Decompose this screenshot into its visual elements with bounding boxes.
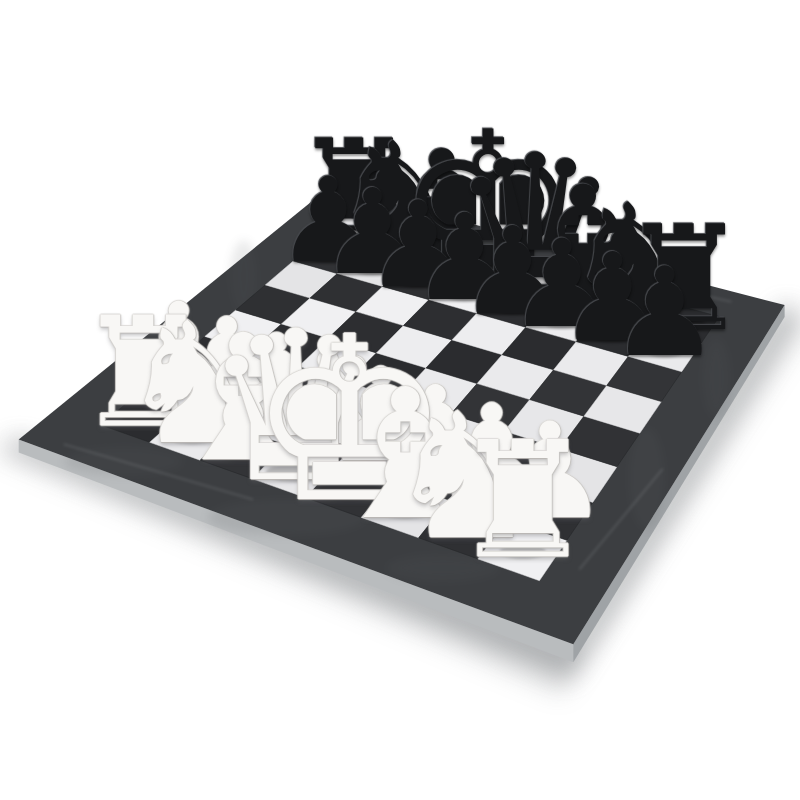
chess-set-photo: ♜♞♟♝♟♚♟♛♟♝♟♞♟♜♟♟♟♟♜♟♞♟♝♟♛♟♚♟♝♟♞♜: [0, 0, 800, 800]
marble-chessboard: [0, 0, 800, 800]
